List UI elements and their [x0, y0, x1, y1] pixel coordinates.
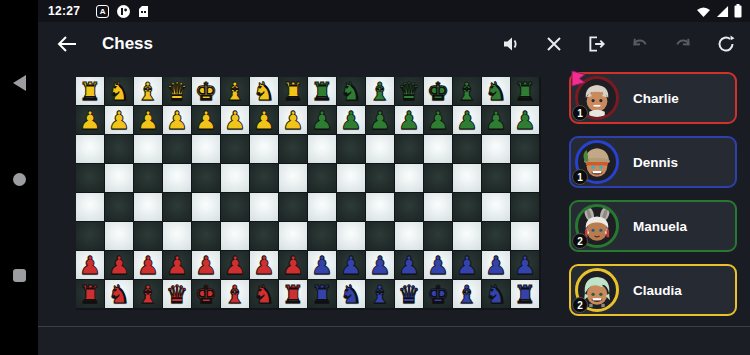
bottom-bar [38, 326, 750, 355]
board-square[interactable]: ♟ [163, 106, 191, 134]
board-square[interactable]: ♚ [424, 280, 452, 308]
board-square[interactable]: ♝ [221, 280, 249, 308]
redo-icon [674, 35, 692, 53]
page-title: Chess [102, 34, 153, 54]
board-square[interactable] [105, 135, 133, 163]
board-square[interactable]: ♞ [250, 280, 278, 308]
board-square[interactable] [424, 164, 452, 192]
board-square[interactable] [337, 164, 365, 192]
piece-red-rook: ♜ [79, 280, 101, 308]
board-square[interactable] [163, 222, 191, 250]
board-square[interactable] [163, 164, 191, 192]
board-square[interactable]: ♛ [395, 280, 423, 308]
board-square[interactable]: ♟ [250, 106, 278, 134]
notification-icons: A [96, 5, 149, 18]
board-square[interactable]: ♟ [482, 251, 510, 279]
back-arrow-icon [57, 36, 77, 52]
board-square[interactable]: ♞ [105, 280, 133, 308]
piece-green-pawn: ♟ [514, 106, 536, 134]
battery-icon [734, 4, 742, 18]
player-rank-badge: 1 [572, 169, 588, 185]
board-square[interactable]: ♟ [366, 251, 394, 279]
board-square[interactable]: ♟ [192, 251, 220, 279]
board-square[interactable]: ♜ [511, 280, 539, 308]
piece-yellow-knight: ♞ [108, 77, 130, 105]
board-square[interactable]: ♟ [366, 106, 394, 134]
player-name: Charlie [633, 91, 679, 106]
piece-green-pawn: ♟ [398, 106, 420, 134]
board-square[interactable]: ♚ [192, 280, 220, 308]
player-card-claudia[interactable]: 2Claudia [569, 264, 737, 316]
sound-button[interactable] [502, 35, 520, 53]
piece-yellow-pawn: ♟ [253, 106, 275, 134]
piece-green-pawn: ♟ [340, 106, 362, 134]
board-square[interactable]: ♟ [308, 106, 336, 134]
board-square[interactable]: ♚ [424, 77, 452, 105]
board-square[interactable]: ♟ [511, 106, 539, 134]
board-square[interactable]: ♛ [395, 77, 423, 105]
board-square[interactable]: ♟ [105, 251, 133, 279]
board-square[interactable] [221, 135, 249, 163]
board-square[interactable] [192, 135, 220, 163]
board-square[interactable] [134, 222, 162, 250]
back-button[interactable] [54, 31, 80, 57]
piece-blue-queen: ♛ [398, 280, 420, 308]
board-square[interactable]: ♟ [221, 251, 249, 279]
piece-green-bishop: ♝ [369, 77, 391, 105]
board-square[interactable] [76, 135, 104, 163]
board-square[interactable]: ♟ [424, 251, 452, 279]
restart-button[interactable] [717, 35, 735, 53]
player-rank-badge: 2 [572, 297, 588, 313]
piece-blue-pawn: ♟ [398, 251, 420, 279]
board-square[interactable]: ♜ [511, 77, 539, 105]
app-circle-icon [117, 5, 130, 18]
player-card-charlie[interactable]: 1Charlie [569, 72, 737, 124]
board-square[interactable]: ♟ [134, 106, 162, 134]
app-bar-actions [502, 35, 735, 53]
piece-red-pawn: ♟ [253, 251, 275, 279]
piece-red-knight: ♞ [253, 280, 275, 308]
piece-green-rook: ♜ [514, 77, 536, 105]
piece-green-bishop: ♝ [456, 77, 478, 105]
piece-green-queen: ♛ [398, 77, 420, 105]
piece-red-rook: ♜ [282, 280, 304, 308]
piece-red-pawn: ♟ [108, 251, 130, 279]
board-square[interactable]: ♜ [76, 280, 104, 308]
board-square[interactable] [482, 193, 510, 221]
player-list: 1Charlie1Dennis2Manuela2Claudia [569, 72, 737, 328]
board-square[interactable]: ♚ [192, 77, 220, 105]
board-square[interactable]: ♝ [453, 280, 481, 308]
board-square[interactable]: ♞ [337, 280, 365, 308]
board-square[interactable]: ♜ [308, 77, 336, 105]
board-square[interactable] [76, 222, 104, 250]
piece-red-bishop: ♝ [137, 280, 159, 308]
board-square[interactable]: ♝ [134, 77, 162, 105]
board-square[interactable] [76, 193, 104, 221]
piece-yellow-queen: ♛ [166, 77, 188, 105]
piece-green-pawn: ♟ [427, 106, 449, 134]
piece-blue-knight: ♞ [340, 280, 362, 308]
piece-blue-rook: ♜ [514, 280, 536, 308]
piece-yellow-pawn: ♟ [79, 106, 101, 134]
sim-card-icon [138, 5, 149, 18]
board-square[interactable] [337, 222, 365, 250]
recents-square-icon [13, 269, 26, 282]
player-rank-badge: 1 [572, 105, 588, 121]
close-icon [546, 36, 562, 52]
player-rank-badge: 2 [572, 233, 588, 249]
piece-red-pawn: ♟ [137, 251, 159, 279]
board-square[interactable]: ♟ [337, 251, 365, 279]
board-square[interactable]: ♟ [424, 106, 452, 134]
piece-yellow-knight: ♞ [253, 77, 275, 105]
piece-blue-king: ♚ [427, 280, 449, 308]
speaker-icon [502, 35, 520, 53]
board-square[interactable] [482, 135, 510, 163]
android-home-button[interactable] [0, 164, 38, 194]
board-square[interactable]: ♟ [453, 251, 481, 279]
piece-blue-pawn: ♟ [369, 251, 391, 279]
board-square[interactable] [511, 164, 539, 192]
board-square[interactable] [453, 222, 481, 250]
piece-green-rook: ♜ [311, 77, 333, 105]
board-square[interactable]: ♟ [511, 251, 539, 279]
turn-flag-icon [570, 70, 587, 87]
board-square[interactable] [250, 135, 278, 163]
board-square[interactable] [511, 193, 539, 221]
android-nav-rail [0, 0, 38, 355]
board-square[interactable] [424, 135, 452, 163]
board-square[interactable]: ♜ [279, 77, 307, 105]
board-square[interactable]: ♝ [453, 77, 481, 105]
player-name: Manuela [633, 219, 687, 234]
board-square[interactable]: ♜ [279, 280, 307, 308]
board-square[interactable]: ♟ [308, 251, 336, 279]
board-square[interactable] [337, 135, 365, 163]
system-status-icons [696, 4, 742, 18]
chess-app-screen: 12:27 A [0, 0, 750, 355]
status-bar: 12:27 A [38, 0, 750, 22]
board-square[interactable] [163, 135, 191, 163]
board-square[interactable] [511, 135, 539, 163]
board-square[interactable] [453, 193, 481, 221]
board-square[interactable] [192, 164, 220, 192]
refresh-icon [717, 35, 735, 53]
redo-button[interactable] [674, 35, 692, 53]
board-square[interactable] [279, 164, 307, 192]
board-square[interactable] [337, 193, 365, 221]
board-square[interactable] [279, 222, 307, 250]
player-name: Claudia [633, 283, 682, 298]
android-recents-button[interactable] [0, 260, 38, 290]
piece-red-knight: ♞ [108, 280, 130, 308]
board-square[interactable] [395, 164, 423, 192]
a-badge-icon: A [96, 5, 109, 18]
board-square[interactable]: ♟ [337, 106, 365, 134]
piece-blue-pawn: ♟ [485, 251, 507, 279]
board-square[interactable] [482, 164, 510, 192]
board-square[interactable] [511, 222, 539, 250]
board-square[interactable] [250, 164, 278, 192]
board-square[interactable]: ♟ [163, 251, 191, 279]
piece-red-pawn: ♟ [224, 251, 246, 279]
board-square[interactable] [192, 193, 220, 221]
board-square[interactable] [105, 193, 133, 221]
board-square[interactable] [221, 164, 249, 192]
board-square[interactable] [192, 222, 220, 250]
board-square[interactable] [221, 222, 249, 250]
board-square[interactable]: ♟ [482, 106, 510, 134]
piece-red-pawn: ♟ [282, 251, 304, 279]
piece-yellow-bishop: ♝ [224, 77, 246, 105]
piece-green-pawn: ♟ [456, 106, 478, 134]
piece-blue-pawn: ♟ [427, 251, 449, 279]
board-square[interactable] [250, 222, 278, 250]
piece-yellow-pawn: ♟ [282, 106, 304, 134]
player-card-manuela[interactable]: 2Manuela [569, 200, 737, 252]
piece-red-pawn: ♟ [195, 251, 217, 279]
board-square[interactable]: ♟ [76, 251, 104, 279]
board-square[interactable]: ♞ [482, 280, 510, 308]
piece-blue-pawn: ♟ [311, 251, 333, 279]
piece-yellow-bishop: ♝ [137, 77, 159, 105]
piece-yellow-rook: ♜ [282, 77, 304, 105]
board-square[interactable]: ♟ [453, 106, 481, 134]
board-square[interactable]: ♟ [395, 251, 423, 279]
board-square[interactable] [424, 193, 452, 221]
board-square[interactable]: ♝ [134, 280, 162, 308]
piece-green-knight: ♞ [485, 77, 507, 105]
board-square[interactable] [453, 135, 481, 163]
piece-yellow-pawn: ♟ [166, 106, 188, 134]
board-square[interactable]: ♟ [279, 106, 307, 134]
board-square[interactable]: ♝ [221, 77, 249, 105]
board-square[interactable]: ♜ [308, 280, 336, 308]
board-square[interactable] [76, 164, 104, 192]
undo-icon [631, 35, 649, 53]
cell-signal-icon [716, 5, 729, 18]
board-square[interactable]: ♞ [250, 77, 278, 105]
piece-red-king: ♚ [195, 280, 217, 308]
piece-red-pawn: ♟ [166, 251, 188, 279]
board-square[interactable] [395, 193, 423, 221]
android-back-button[interactable] [0, 68, 38, 98]
close-button[interactable] [545, 35, 563, 53]
board-square[interactable]: ♛ [163, 77, 191, 105]
piece-blue-knight: ♞ [485, 280, 507, 308]
board-square[interactable] [308, 193, 336, 221]
piece-blue-pawn: ♟ [340, 251, 362, 279]
board-square[interactable]: ♝ [366, 77, 394, 105]
board-square[interactable] [366, 222, 394, 250]
logout-icon [588, 35, 606, 53]
board-square[interactable]: ♟ [279, 251, 307, 279]
piece-yellow-pawn: ♟ [108, 106, 130, 134]
player-card-dennis[interactable]: 1Dennis [569, 136, 737, 188]
board-square[interactable] [250, 193, 278, 221]
board-square[interactable]: ♟ [250, 251, 278, 279]
board-square[interactable]: ♜ [76, 77, 104, 105]
board-square[interactable] [105, 222, 133, 250]
board-square[interactable] [134, 164, 162, 192]
board-square[interactable] [453, 164, 481, 192]
piece-green-knight: ♞ [340, 77, 362, 105]
piece-red-queen: ♛ [166, 280, 188, 308]
piece-red-pawn: ♟ [79, 251, 101, 279]
undo-button[interactable] [631, 35, 649, 53]
piece-green-pawn: ♟ [485, 106, 507, 134]
board-square[interactable] [279, 193, 307, 221]
board-square[interactable] [105, 164, 133, 192]
board-square[interactable]: ♞ [482, 77, 510, 105]
board-square[interactable] [424, 222, 452, 250]
clock: 12:27 [48, 4, 80, 18]
board-square[interactable]: ♟ [134, 251, 162, 279]
app-bar: Chess [38, 22, 750, 66]
piece-green-pawn: ♟ [311, 106, 333, 134]
piece-blue-rook: ♜ [311, 280, 333, 308]
leave-game-button[interactable] [588, 35, 606, 53]
board-square[interactable] [308, 135, 336, 163]
board-square[interactable] [308, 222, 336, 250]
board-square[interactable] [163, 193, 191, 221]
board-square[interactable] [395, 135, 423, 163]
player-name: Dennis [633, 155, 678, 170]
board-square[interactable]: ♟ [192, 106, 220, 134]
board-square[interactable] [221, 193, 249, 221]
board-square[interactable] [134, 193, 162, 221]
piece-blue-pawn: ♟ [514, 251, 536, 279]
board-square[interactable] [482, 222, 510, 250]
board-square[interactable] [366, 164, 394, 192]
back-triangle-icon [13, 75, 26, 91]
board-square[interactable] [279, 135, 307, 163]
piece-yellow-king: ♚ [195, 77, 217, 105]
chess-board: ♜♞♝♛♚♝♞♜♜♞♝♛♚♝♞♜♟♟♟♟♟♟♟♟♟♟♟♟♟♟♟♟♟♟♟♟♟♟♟♟… [76, 77, 541, 310]
piece-blue-pawn: ♟ [456, 251, 478, 279]
piece-green-pawn: ♟ [369, 106, 391, 134]
piece-blue-bishop: ♝ [369, 280, 391, 308]
board-square[interactable]: ♟ [395, 106, 423, 134]
piece-blue-bishop: ♝ [456, 280, 478, 308]
wifi-icon [696, 5, 711, 18]
board-square[interactable]: ♛ [163, 280, 191, 308]
board-square[interactable] [366, 135, 394, 163]
board-square[interactable] [308, 164, 336, 192]
board-square[interactable]: ♟ [105, 106, 133, 134]
board-square[interactable] [395, 222, 423, 250]
home-circle-icon [13, 173, 26, 186]
board-square[interactable]: ♞ [105, 77, 133, 105]
board-square[interactable]: ♝ [366, 280, 394, 308]
board-square[interactable]: ♟ [76, 106, 104, 134]
piece-green-king: ♚ [427, 77, 449, 105]
piece-yellow-rook: ♜ [79, 77, 101, 105]
piece-yellow-pawn: ♟ [224, 106, 246, 134]
piece-yellow-pawn: ♟ [137, 106, 159, 134]
board-square[interactable]: ♟ [221, 106, 249, 134]
board-square[interactable] [134, 135, 162, 163]
piece-yellow-pawn: ♟ [195, 106, 217, 134]
piece-red-bishop: ♝ [224, 280, 246, 308]
board-square[interactable]: ♞ [337, 77, 365, 105]
board-square[interactable] [366, 193, 394, 221]
